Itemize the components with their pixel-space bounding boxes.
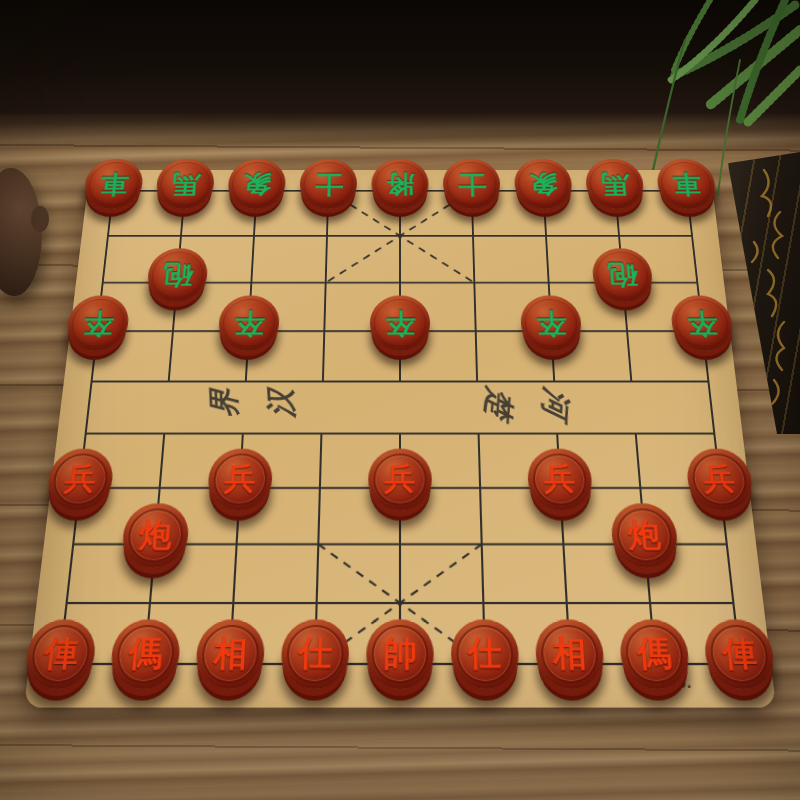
piece-glyph: 俥	[42, 637, 80, 672]
piece-兵[interactable]: 兵	[368, 448, 432, 510]
piece-glyph: 炮	[138, 519, 173, 551]
piece-glyph: 士	[457, 171, 486, 196]
piece-glyph: 卒	[81, 309, 114, 337]
piece-glyph: 兵	[63, 464, 98, 495]
piece-glyph: 傌	[636, 637, 673, 672]
piece-glyph: 相	[552, 637, 588, 672]
piece-glyph: 傌	[127, 637, 164, 672]
piece-glyph: 炮	[627, 519, 662, 551]
piece-glyph: 俥	[720, 637, 758, 672]
board-perspective: 汉 界 楚 河 No. 車馬象士將士象馬車砲砲卒卒卒卒卒兵兵兵兵兵炮炮俥傌相仕帥…	[24, 170, 776, 708]
piece-glyph: 車	[671, 171, 702, 196]
piece-glyph: 象	[242, 171, 272, 196]
piece-glyph: 兵	[223, 464, 256, 495]
river-text-left: 汉 界	[208, 388, 297, 417]
piece-glyph: 帥	[383, 637, 417, 672]
piece-glyph: 馬	[599, 171, 630, 196]
piece-士[interactable]: 士	[443, 159, 501, 209]
clay-teapot	[0, 168, 42, 296]
piece-glyph: 兵	[384, 464, 416, 495]
piece-glyph: 馬	[170, 171, 201, 196]
piece-glyph: 仕	[298, 637, 333, 672]
piece-glyph: 仕	[468, 637, 503, 672]
river-char: 界	[208, 388, 240, 418]
piece-glyph: 相	[213, 637, 249, 672]
piece-glyph: 卒	[685, 309, 718, 337]
river-char: 楚	[483, 385, 516, 421]
piece-glyph: 將	[386, 171, 415, 196]
river-char: 汉	[264, 388, 297, 418]
photo-scene: 汉 界 楚 河 No. 車馬象士將士象馬車砲砲卒卒卒卒卒兵兵兵兵兵炮炮俥傌相仕帥…	[0, 0, 800, 800]
piece-glyph: 卒	[535, 309, 567, 337]
piece-glyph: 象	[528, 171, 558, 196]
piece-將[interactable]: 將	[371, 159, 428, 209]
xiangqi-board: 汉 界 楚 河 No. 車馬象士將士象馬車砲砲卒卒卒卒卒兵兵兵兵兵炮炮俥傌相仕帥…	[24, 170, 776, 708]
piece-glyph: 車	[98, 171, 129, 196]
piece-glyph: 砲	[162, 262, 194, 289]
piece-glyph: 砲	[607, 262, 639, 289]
piece-glyph: 卒	[233, 309, 265, 337]
piece-glyph: 卒	[385, 309, 415, 337]
river-char: 河	[540, 385, 572, 421]
piece-glyph: 兵	[702, 464, 737, 495]
piece-glyph: 士	[314, 171, 343, 196]
piece-帥[interactable]: 帥	[366, 619, 434, 689]
piece-glyph: 兵	[543, 464, 576, 495]
river-text-right: 楚 河	[483, 388, 572, 417]
